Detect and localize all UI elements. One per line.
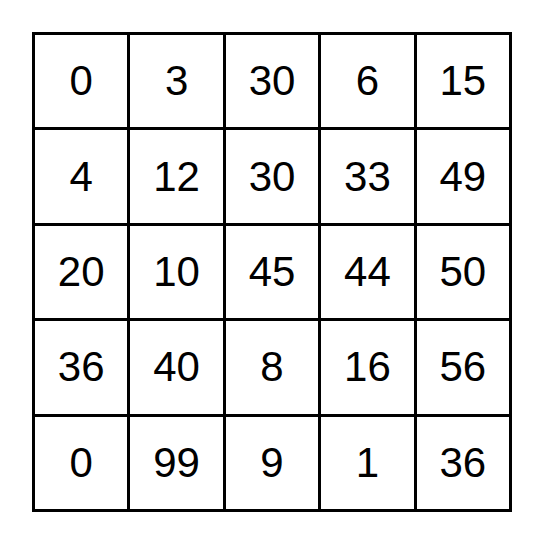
grid-cell-r3c2[interactable]: 8: [226, 321, 318, 413]
grid-cell-r3c4[interactable]: 56: [417, 321, 509, 413]
grid-cell-r3c1[interactable]: 40: [130, 321, 222, 413]
grid-cell-r2c0[interactable]: 20: [35, 226, 127, 318]
grid-cell-r2c3[interactable]: 44: [321, 226, 413, 318]
grid-cell-r0c0[interactable]: 0: [35, 35, 127, 127]
grid-cell-r4c3[interactable]: 1: [321, 417, 413, 509]
grid-cell-r2c2[interactable]: 45: [226, 226, 318, 318]
grid-cell-r4c0[interactable]: 0: [35, 417, 127, 509]
grid-cell-r0c4[interactable]: 15: [417, 35, 509, 127]
number-grid-board: 0 3 30 6 15 4 12 30 33 49 20 10 45 44 50…: [32, 32, 512, 512]
grid-cell-r2c1[interactable]: 10: [130, 226, 222, 318]
grid-cell-r1c3[interactable]: 33: [321, 130, 413, 222]
grid-cell-r0c1[interactable]: 3: [130, 35, 222, 127]
grid-cell-r4c2[interactable]: 9: [226, 417, 318, 509]
grid-cell-r1c1[interactable]: 12: [130, 130, 222, 222]
grid-cell-r1c0[interactable]: 4: [35, 130, 127, 222]
grid-cell-r4c4[interactable]: 36: [417, 417, 509, 509]
grid-cell-r1c2[interactable]: 30: [226, 130, 318, 222]
grid-cell-r3c0[interactable]: 36: [35, 321, 127, 413]
grid-cell-r1c4[interactable]: 49: [417, 130, 509, 222]
grid-cell-r4c1[interactable]: 99: [130, 417, 222, 509]
grid-cell-r2c4[interactable]: 50: [417, 226, 509, 318]
grid-cell-r0c2[interactable]: 30: [226, 35, 318, 127]
grid-cell-r0c3[interactable]: 6: [321, 35, 413, 127]
grid-cell-r3c3[interactable]: 16: [321, 321, 413, 413]
